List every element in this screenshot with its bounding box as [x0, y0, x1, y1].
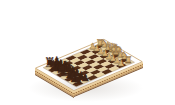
chess-set-product-photo: ♜♞♝♛♚♝♞♜♟♟♟♟♟♟♟♟♟♟♟♟♟♟♟♟♜♞♝♛♚♝♞♜	[0, 0, 175, 105]
